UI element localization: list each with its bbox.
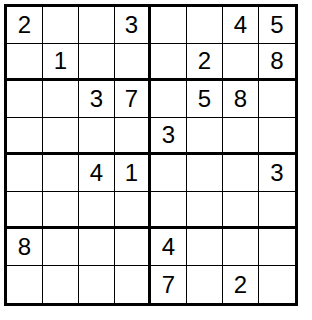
cell-r5c8[interactable]: 3 <box>259 155 295 192</box>
cell-r7c5[interactable]: 4 <box>151 229 187 266</box>
cell-r5c6[interactable] <box>187 155 223 192</box>
cell-r6c5[interactable] <box>151 192 187 229</box>
cell-r6c3[interactable] <box>79 192 115 229</box>
cell-r3c7[interactable]: 8 <box>223 81 259 118</box>
cell-r8c7[interactable]: 2 <box>223 266 259 303</box>
cell-r2c1[interactable] <box>7 44 43 81</box>
cell-r7c2[interactable] <box>43 229 79 266</box>
cell-r2c5[interactable] <box>151 44 187 81</box>
cell-r2c3[interactable] <box>79 44 115 81</box>
cell-r5c5[interactable] <box>151 155 187 192</box>
cell-r4c8[interactable] <box>259 118 295 155</box>
cell-r1c1[interactable]: 2 <box>7 7 43 44</box>
cell-r6c6[interactable] <box>187 192 223 229</box>
cell-r4c1[interactable] <box>7 118 43 155</box>
cell-r1c3[interactable] <box>79 7 115 44</box>
cell-r5c4[interactable]: 1 <box>115 155 151 192</box>
cell-r4c5[interactable]: 3 <box>151 118 187 155</box>
cell-r5c2[interactable] <box>43 155 79 192</box>
cell-r6c7[interactable] <box>223 192 259 229</box>
cell-r8c3[interactable] <box>79 266 115 303</box>
cell-r1c5[interactable] <box>151 7 187 44</box>
cell-r3c3[interactable]: 3 <box>79 81 115 118</box>
cell-r4c6[interactable] <box>187 118 223 155</box>
cell-r2c4[interactable] <box>115 44 151 81</box>
cell-r6c8[interactable] <box>259 192 295 229</box>
cell-r3c2[interactable] <box>43 81 79 118</box>
cell-r2c6[interactable]: 2 <box>187 44 223 81</box>
cell-r7c6[interactable] <box>187 229 223 266</box>
cell-r3c1[interactable] <box>7 81 43 118</box>
cell-r3c5[interactable] <box>151 81 187 118</box>
sudoku-board: 2345128375834138472 <box>4 4 298 306</box>
cell-r6c4[interactable] <box>115 192 151 229</box>
cell-r1c6[interactable] <box>187 7 223 44</box>
cell-r3c4[interactable]: 7 <box>115 81 151 118</box>
cell-r6c2[interactable] <box>43 192 79 229</box>
cell-r3c6[interactable]: 5 <box>187 81 223 118</box>
cell-r8c1[interactable] <box>7 266 43 303</box>
cell-r8c2[interactable] <box>43 266 79 303</box>
cell-r7c8[interactable] <box>259 229 295 266</box>
cell-r7c1[interactable]: 8 <box>7 229 43 266</box>
cell-r2c2[interactable]: 1 <box>43 44 79 81</box>
cell-r8c5[interactable]: 7 <box>151 266 187 303</box>
cell-r3c8[interactable] <box>259 81 295 118</box>
cell-r8c6[interactable] <box>187 266 223 303</box>
cell-r7c4[interactable] <box>115 229 151 266</box>
cell-r6c1[interactable] <box>7 192 43 229</box>
cell-r1c2[interactable] <box>43 7 79 44</box>
cell-r4c3[interactable] <box>79 118 115 155</box>
cell-r5c1[interactable] <box>7 155 43 192</box>
cell-r5c3[interactable]: 4 <box>79 155 115 192</box>
page: 2345128375834138472 <box>0 0 312 320</box>
cell-r1c7[interactable]: 4 <box>223 7 259 44</box>
cell-r1c8[interactable]: 5 <box>259 7 295 44</box>
cell-r8c8[interactable] <box>259 266 295 303</box>
cell-r5c7[interactable] <box>223 155 259 192</box>
cell-r1c4[interactable]: 3 <box>115 7 151 44</box>
cell-r4c2[interactable] <box>43 118 79 155</box>
cell-r4c7[interactable] <box>223 118 259 155</box>
cell-r4c4[interactable] <box>115 118 151 155</box>
cell-r7c3[interactable] <box>79 229 115 266</box>
cell-r2c8[interactable]: 8 <box>259 44 295 81</box>
cell-r8c4[interactable] <box>115 266 151 303</box>
cell-r7c7[interactable] <box>223 229 259 266</box>
cell-r2c7[interactable] <box>223 44 259 81</box>
